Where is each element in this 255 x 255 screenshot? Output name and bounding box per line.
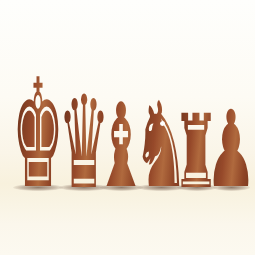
knight-eye-highlight (160, 121, 165, 126)
chess-pawn-piece: ♟ (202, 97, 255, 203)
chess-set-photo: ♚ ♛ ♝ ♞ ♜ ♟ (0, 0, 255, 255)
